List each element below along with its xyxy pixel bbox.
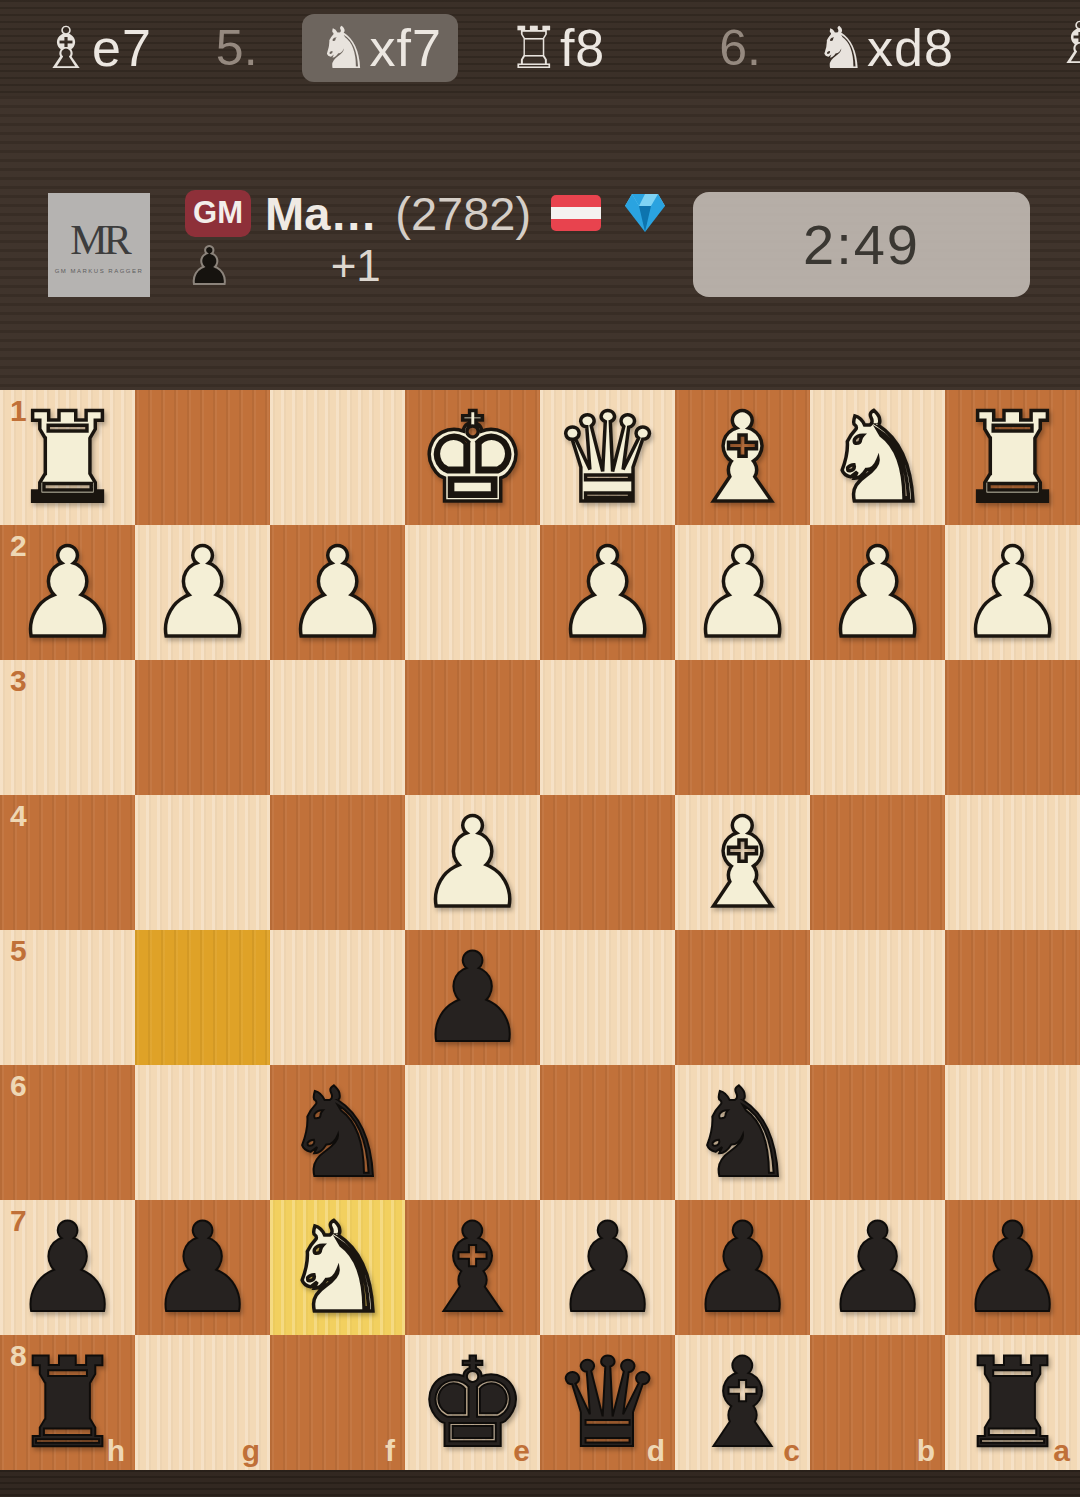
player-clock: 2:49 [693, 192, 1030, 297]
bottom-strip [0, 1470, 1080, 1497]
player-info-panel: MR GM MARKUS RAGGER GM Ma… (2782) ♟ [0, 96, 1080, 390]
white-pawn-g2[interactable]: ♟ [135, 525, 270, 660]
white-pawn-b2[interactable]: ♟ [810, 525, 945, 660]
square-h8[interactable]: 8h♜ [0, 1335, 135, 1470]
player-name[interactable]: Ma… [265, 186, 377, 241]
square-b5[interactable] [810, 930, 945, 1065]
current-move-item-nxf7[interactable]: ♞xf7 [302, 14, 458, 82]
square-a4[interactable] [945, 795, 1080, 930]
square-b2[interactable]: ♟ [810, 525, 945, 660]
white-rook-h1[interactable]: ♜ [0, 390, 135, 525]
white-rook-a1[interactable]: ♜ [945, 390, 1080, 525]
white-pawn-e4[interactable]: ♟ [405, 795, 540, 930]
white-pawn-c2[interactable]: ♟ [675, 525, 810, 660]
move-item-rf8[interactable]: ♖f8 [508, 18, 605, 78]
black-pawn-d7[interactable]: ♟ [540, 1200, 675, 1335]
square-e6[interactable] [405, 1065, 540, 1200]
move-text: xd8 [867, 18, 954, 78]
black-pawn-c7[interactable]: ♟ [675, 1200, 810, 1335]
square-g7[interactable]: ♟ [135, 1200, 270, 1335]
square-b4[interactable] [810, 795, 945, 930]
square-d4[interactable] [540, 795, 675, 930]
chess-board[interactable]: 1♜♚♛♝♞♜2♟♟♟♟♟♟♟34♟♝5♟6♞♞7♟♟♞♝♟♟♟♟8h♜gfe♚… [0, 390, 1080, 1470]
move-number-6: 6. [719, 19, 761, 77]
square-b3[interactable] [810, 660, 945, 795]
white-knight-f7[interactable]: ♞ [270, 1200, 405, 1335]
square-d7[interactable]: ♟ [540, 1200, 675, 1335]
material-advantage-row: ♟ +1 [186, 238, 381, 294]
file-label-f: f [385, 1434, 395, 1468]
square-f8[interactable]: f [270, 1335, 405, 1470]
square-e4[interactable]: ♟ [405, 795, 540, 930]
square-e3[interactable] [405, 660, 540, 795]
austria-flag-icon [551, 195, 601, 231]
square-c4[interactable]: ♝ [675, 795, 810, 930]
square-g4[interactable] [135, 795, 270, 930]
white-queen-d1[interactable]: ♛ [540, 390, 675, 525]
player-avatar[interactable]: MR GM MARKUS RAGGER [48, 193, 150, 297]
square-c5[interactable] [675, 930, 810, 1065]
move-item-partial[interactable]: ♗ [1054, 14, 1080, 72]
black-knight-f6[interactable]: ♞ [270, 1065, 405, 1200]
black-pawn-b7[interactable]: ♟ [810, 1200, 945, 1335]
file-label-b: b [917, 1434, 935, 1468]
square-d2[interactable]: ♟ [540, 525, 675, 660]
rank-label-5: 5 [10, 934, 27, 968]
rank-label-3: 3 [10, 664, 27, 698]
square-f1[interactable] [270, 390, 405, 525]
square-e5[interactable]: ♟ [405, 930, 540, 1065]
square-b6[interactable] [810, 1065, 945, 1200]
square-f4[interactable] [270, 795, 405, 930]
black-bishop-c8[interactable]: ♝ [675, 1335, 810, 1470]
rank-label-6: 6 [10, 1069, 27, 1103]
square-d6[interactable] [540, 1065, 675, 1200]
square-a1[interactable]: ♜ [945, 390, 1080, 525]
player-rating: (2782) [395, 186, 531, 241]
move-number-5: 5. [216, 19, 258, 77]
flag-stripe-red [551, 219, 601, 231]
rook-figurine-icon: ♖ [508, 19, 560, 77]
square-c8[interactable]: c♝ [675, 1335, 810, 1470]
square-g2[interactable]: ♟ [135, 525, 270, 660]
black-pawn-g7[interactable]: ♟ [135, 1200, 270, 1335]
move-text: f8 [560, 18, 605, 78]
square-c3[interactable] [675, 660, 810, 795]
square-a6[interactable] [945, 1065, 1080, 1200]
square-c2[interactable]: ♟ [675, 525, 810, 660]
square-f7[interactable]: ♞ [270, 1200, 405, 1335]
material-advantage: +1 [331, 241, 381, 291]
square-h6[interactable]: 6 [0, 1065, 135, 1200]
square-g5[interactable] [135, 930, 270, 1065]
clock-time: 2:49 [803, 212, 920, 277]
rank-label-4: 4 [10, 799, 27, 833]
square-a3[interactable] [945, 660, 1080, 795]
square-d1[interactable]: ♛ [540, 390, 675, 525]
black-bishop-e7[interactable]: ♝ [405, 1200, 540, 1335]
square-d8[interactable]: d♛ [540, 1335, 675, 1470]
square-f3[interactable] [270, 660, 405, 795]
square-e2[interactable] [405, 525, 540, 660]
black-queen-d8[interactable]: ♛ [540, 1335, 675, 1470]
square-d5[interactable] [540, 930, 675, 1065]
file-label-g: g [242, 1434, 260, 1468]
square-g6[interactable] [135, 1065, 270, 1200]
black-rook-a8[interactable]: ♜ [945, 1335, 1080, 1470]
white-pawn-d2[interactable]: ♟ [540, 525, 675, 660]
captured-pawn-icon: ♟ [186, 240, 233, 292]
black-pawn-h7[interactable]: ♟ [0, 1200, 135, 1335]
square-e1[interactable]: ♚ [405, 390, 540, 525]
white-pawn-a2[interactable]: ♟ [945, 525, 1080, 660]
square-c6[interactable]: ♞ [675, 1065, 810, 1200]
gm-title-badge: GM [185, 190, 251, 237]
avatar-monogram: MR [70, 216, 127, 264]
square-h3[interactable]: 3 [0, 660, 135, 795]
white-bishop-c4[interactable]: ♝ [675, 795, 810, 930]
square-d3[interactable] [540, 660, 675, 795]
square-h7[interactable]: 7♟ [0, 1200, 135, 1335]
square-a8[interactable]: a♜ [945, 1335, 1080, 1470]
black-rook-h8[interactable]: ♜ [0, 1335, 135, 1470]
square-g8[interactable]: g [135, 1335, 270, 1470]
square-f2[interactable]: ♟ [270, 525, 405, 660]
bishop-figurine-icon: ♗ [40, 19, 92, 77]
square-e7[interactable]: ♝ [405, 1200, 540, 1335]
move-item-be7[interactable]: ♗e7 [40, 18, 152, 78]
square-b7[interactable]: ♟ [810, 1200, 945, 1335]
bishop-figurine-icon: ♗ [1054, 14, 1080, 72]
black-king-e8[interactable]: ♚ [405, 1335, 540, 1470]
knight-figurine-icon: ♞ [318, 19, 370, 77]
black-knight-c6[interactable]: ♞ [675, 1065, 810, 1200]
white-bishop-c1[interactable]: ♝ [675, 390, 810, 525]
square-c7[interactable]: ♟ [675, 1200, 810, 1335]
square-h2[interactable]: 2♟ [0, 525, 135, 660]
white-pawn-h2[interactable]: ♟ [0, 525, 135, 660]
chess-app-screen: ♗e7 5. ♞xf7 ♖f8 6. ♞xd8 ♗ MR GM MARKUS R… [0, 0, 1080, 1497]
square-g1[interactable] [135, 390, 270, 525]
move-list-bar: ♗e7 5. ♞xf7 ♖f8 6. ♞xd8 ♗ [0, 0, 1080, 99]
black-pawn-e5[interactable]: ♟ [405, 930, 540, 1065]
white-knight-b1[interactable]: ♞ [810, 390, 945, 525]
flag-stripe-red [551, 195, 601, 207]
avatar-caption: GM MARKUS RAGGER [55, 268, 144, 274]
player-identity-row: GM Ma… (2782) [185, 188, 667, 238]
black-pawn-a7[interactable]: ♟ [945, 1200, 1080, 1335]
square-b8[interactable]: b [810, 1335, 945, 1470]
square-g3[interactable] [135, 660, 270, 795]
white-pawn-f2[interactable]: ♟ [270, 525, 405, 660]
square-f6[interactable]: ♞ [270, 1065, 405, 1200]
knight-figurine-icon: ♞ [815, 19, 867, 77]
square-a2[interactable]: ♟ [945, 525, 1080, 660]
square-h1[interactable]: 1♜ [0, 390, 135, 525]
square-a5[interactable] [945, 930, 1080, 1065]
square-b1[interactable]: ♞ [810, 390, 945, 525]
square-f5[interactable] [270, 930, 405, 1065]
square-a7[interactable]: ♟ [945, 1200, 1080, 1335]
patron-diamond-icon [623, 192, 667, 234]
white-king-e1[interactable]: ♚ [405, 390, 540, 525]
square-h4[interactable]: 4 [0, 795, 135, 930]
square-e8[interactable]: e♚ [405, 1335, 540, 1470]
square-c1[interactable]: ♝ [675, 390, 810, 525]
move-text: xf7 [370, 18, 442, 78]
move-item-nxd8[interactable]: ♞xd8 [815, 18, 954, 78]
square-h5[interactable]: 5 [0, 930, 135, 1065]
flag-stripe-white [551, 207, 601, 219]
move-text: e7 [92, 18, 152, 78]
